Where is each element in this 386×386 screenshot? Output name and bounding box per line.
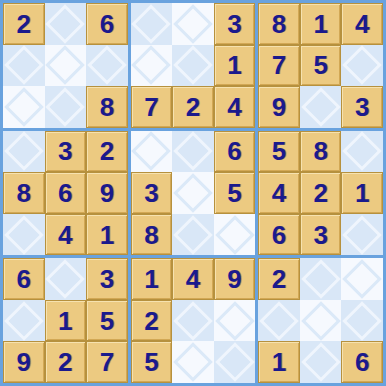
diamond-icon [46,46,86,86]
cell-r1c4[interactable] [131,3,173,45]
cell-r3c2[interactable] [45,86,87,128]
cell-r2c7: 7 [258,45,300,87]
cell-r6c8: 3 [300,214,342,256]
cell-r5c1: 8 [3,172,45,214]
cell-r4c8: 8 [300,131,342,173]
cell-r5c7: 4 [258,172,300,214]
cell-r7c5: 4 [172,258,214,300]
diamond-icon [4,87,44,127]
given-digit: 6 [355,349,369,375]
cell-r1c6: 3 [214,3,256,45]
cell-r3c1[interactable] [3,86,45,128]
diamond-icon [4,132,44,172]
diamond-icon [132,4,172,44]
diamond-icon [173,132,213,172]
cell-r5c3: 9 [86,172,128,214]
given-digit: 7 [100,349,114,375]
cell-r9c6[interactable] [214,341,256,383]
given-digit: 5 [100,308,114,334]
cell-r2c8: 5 [300,45,342,87]
given-digit: 9 [17,349,31,375]
cell-r2c9[interactable] [341,45,383,87]
given-digit: 2 [313,180,327,206]
diamond-icon [215,301,255,341]
given-digit: 5 [272,138,286,164]
cell-r6c2: 4 [45,214,87,256]
given-digit: 1 [144,266,158,292]
diamond-icon [173,4,213,44]
cell-r9c7: 1 [258,341,300,383]
diamond-icon [132,46,172,86]
cell-r6c4: 8 [131,214,173,256]
given-digit: 9 [227,266,241,292]
cell-r9c1: 9 [3,341,45,383]
cell-r8c3: 5 [86,300,128,342]
cell-r1c2[interactable] [45,3,87,45]
cell-r7c9[interactable] [341,258,383,300]
diamond-icon [342,301,382,341]
diamond-icon [4,301,44,341]
diamond-icon [132,132,172,172]
given-digit: 2 [272,266,286,292]
cell-r2c5[interactable] [172,45,214,87]
box-3-3: 216 [258,258,383,383]
given-digit: 3 [313,222,327,248]
given-digit: 4 [186,266,200,292]
diamond-icon [173,301,213,341]
diamond-icon [301,342,341,382]
given-digit: 2 [186,94,200,120]
cell-r2c3[interactable] [86,45,128,87]
diamond-icon [46,259,86,299]
cell-r3c8[interactable] [300,86,342,128]
box-1-2: 31724 [131,3,256,128]
cell-r8c6[interactable] [214,300,256,342]
given-digit: 1 [100,222,114,248]
cell-r9c2: 2 [45,341,87,383]
cell-r2c4[interactable] [131,45,173,87]
given-digit: 3 [144,180,158,206]
given-digit: 3 [100,266,114,292]
given-digit: 4 [272,180,286,206]
diamond-icon [301,87,341,127]
cell-r7c1: 6 [3,258,45,300]
given-digit: 9 [272,94,286,120]
cell-r7c4: 1 [131,258,173,300]
diamond-icon [173,46,213,86]
given-digit: 1 [355,180,369,206]
cell-r7c7: 2 [258,258,300,300]
cell-r9c5[interactable] [172,341,214,383]
cell-r8c4: 2 [131,300,173,342]
given-digit: 2 [100,138,114,164]
diamond-icon [301,301,341,341]
given-digit: 5 [144,349,158,375]
diamond-icon [342,215,382,255]
given-digit: 7 [272,52,286,78]
given-digit: 4 [58,222,72,248]
cell-r8c2: 1 [45,300,87,342]
diamond-icon [46,87,86,127]
cell-r3c5: 2 [172,86,214,128]
given-digit: 4 [355,11,369,37]
cell-r9c3: 7 [86,341,128,383]
cell-r4c4[interactable] [131,131,173,173]
cell-r7c6: 9 [214,258,256,300]
cell-r8c1[interactable] [3,300,45,342]
given-digit: 8 [17,180,31,206]
cell-r4c2: 3 [45,131,87,173]
cell-r5c5[interactable] [172,172,214,214]
cell-r8c8[interactable] [300,300,342,342]
cell-r5c8: 2 [300,172,342,214]
cell-r5c2: 6 [45,172,87,214]
cell-r4c5[interactable] [172,131,214,173]
box-1-1: 268 [3,3,128,128]
cell-r3c9: 3 [341,86,383,128]
cell-r7c2[interactable] [45,258,87,300]
cell-r6c5[interactable] [172,214,214,256]
sudoku-board: 2683172481475933286941635858421636315927… [0,0,386,386]
cell-r1c9: 4 [341,3,383,45]
cell-r1c1: 2 [3,3,45,45]
cell-r4c1[interactable] [3,131,45,173]
given-digit: 2 [17,11,31,37]
cell-r9c8[interactable] [300,341,342,383]
cell-r6c3: 1 [86,214,128,256]
cell-r6c6[interactable] [214,214,256,256]
cell-r3c7: 9 [258,86,300,128]
diamond-icon [173,173,213,213]
diamond-icon [342,259,382,299]
cell-r2c1[interactable] [3,45,45,87]
cell-r6c1[interactable] [3,214,45,256]
given-digit: 9 [100,180,114,206]
cell-r3c6: 4 [214,86,256,128]
cell-r8c5[interactable] [172,300,214,342]
diamond-icon [301,259,341,299]
diamond-icon [173,215,213,255]
cell-r5c6: 5 [214,172,256,214]
diamond-icon [215,342,255,382]
cell-r6c7: 6 [258,214,300,256]
cell-r6c9[interactable] [341,214,383,256]
cell-r1c5[interactable] [172,3,214,45]
diamond-icon [4,46,44,86]
cell-r3c3: 8 [86,86,128,128]
given-digit: 6 [227,138,241,164]
given-digit: 8 [144,222,158,248]
cell-r7c8[interactable] [300,258,342,300]
given-digit: 1 [272,349,286,375]
given-digit: 2 [144,308,158,334]
diamond-icon [87,46,127,86]
given-digit: 3 [58,138,72,164]
cell-r8c7[interactable] [258,300,300,342]
cell-r3c4: 7 [131,86,173,128]
diamond-icon [342,46,382,86]
given-digit: 6 [100,11,114,37]
cell-r2c6: 1 [214,45,256,87]
cell-r2c2[interactable] [45,45,87,87]
given-digit: 1 [227,52,241,78]
cell-r1c3: 6 [86,3,128,45]
diamond-icon [215,215,255,255]
diamond-icon [342,132,382,172]
given-digit: 6 [17,266,31,292]
given-digit: 8 [272,11,286,37]
box-2-2: 6358 [131,131,256,256]
diamond-icon [173,342,213,382]
given-digit: 6 [58,180,72,206]
cell-r4c3: 2 [86,131,128,173]
cell-r1c8: 1 [300,3,342,45]
box-1-3: 8147593 [258,3,383,128]
cell-r9c4: 5 [131,341,173,383]
cell-r5c9: 1 [341,172,383,214]
box-3-2: 14925 [131,258,256,383]
box-2-1: 3286941 [3,131,128,256]
given-digit: 8 [100,94,114,120]
given-digit: 3 [355,94,369,120]
cell-r4c9[interactable] [341,131,383,173]
cell-r5c4: 3 [131,172,173,214]
cell-r7c3: 3 [86,258,128,300]
given-digit: 7 [144,94,158,120]
diamond-icon [4,215,44,255]
given-digit: 3 [227,11,241,37]
given-digit: 5 [227,180,241,206]
given-digit: 8 [313,138,327,164]
given-digit: 1 [313,11,327,37]
cell-r4c7: 5 [258,131,300,173]
given-digit: 4 [227,94,241,120]
box-3-1: 6315927 [3,258,128,383]
cell-r1c7: 8 [258,3,300,45]
given-digit: 6 [272,222,286,248]
given-digit: 5 [313,52,327,78]
box-2-3: 5842163 [258,131,383,256]
given-digit: 2 [58,349,72,375]
cell-r4c6: 6 [214,131,256,173]
given-digit: 1 [58,308,72,334]
cell-r8c9[interactable] [341,300,383,342]
diamond-icon [259,301,299,341]
diamond-icon [46,4,86,44]
cell-r9c9: 6 [341,341,383,383]
